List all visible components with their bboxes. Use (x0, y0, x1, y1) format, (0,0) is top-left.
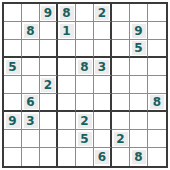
sudoku-board: 98281955832689325268 (2, 2, 168, 168)
cell-r1c2[interactable] (22, 4, 40, 22)
cell-r2c3[interactable] (40, 22, 58, 40)
cell-r8c9[interactable] (148, 130, 166, 148)
given-digit: 6 (24, 95, 38, 109)
cell-r8c2[interactable] (22, 130, 40, 148)
cell-r5c3: 2 (40, 76, 58, 94)
cell-r7c5: 2 (76, 112, 94, 130)
cell-r6c1[interactable] (4, 94, 22, 112)
cell-r9c5[interactable] (76, 148, 94, 166)
cell-r7c8[interactable] (130, 112, 148, 130)
cell-r8c5: 5 (76, 130, 94, 148)
cell-r1c9[interactable] (148, 4, 166, 22)
given-digit: 2 (41, 78, 55, 92)
cell-r4c5: 8 (76, 58, 94, 76)
cell-r5c6[interactable] (94, 76, 112, 94)
cell-r8c7: 2 (112, 130, 130, 148)
cell-r2c7[interactable] (112, 22, 130, 40)
given-digit: 8 (78, 60, 92, 74)
cell-r2c5[interactable] (76, 22, 94, 40)
cell-r3c6[interactable] (94, 40, 112, 58)
cell-r2c1[interactable] (4, 22, 22, 40)
cell-r5c8[interactable] (130, 76, 148, 94)
cell-r6c7[interactable] (112, 94, 130, 112)
cell-r7c7[interactable] (112, 112, 130, 130)
cell-r6c3[interactable] (40, 94, 58, 112)
given-digit: 9 (41, 6, 55, 20)
cell-r3c7[interactable] (112, 40, 130, 58)
given-digit: 5 (78, 132, 92, 146)
cell-r1c5[interactable] (76, 4, 94, 22)
cell-r4c4[interactable] (58, 58, 76, 76)
cell-r2c2: 8 (22, 22, 40, 40)
cell-r5c5[interactable] (76, 76, 94, 94)
cell-r7c3[interactable] (40, 112, 58, 130)
cell-r4c7[interactable] (112, 58, 130, 76)
cell-r4c2[interactable] (22, 58, 40, 76)
given-digit: 8 (150, 95, 164, 109)
cell-r8c1[interactable] (4, 130, 22, 148)
given-digit: 6 (95, 150, 109, 164)
cell-r1c7[interactable] (112, 4, 130, 22)
cell-r8c4[interactable] (58, 130, 76, 148)
cell-r6c4[interactable] (58, 94, 76, 112)
cell-r2c9[interactable] (148, 22, 166, 40)
given-digit: 8 (24, 24, 38, 38)
cell-r9c6: 6 (94, 148, 112, 166)
cell-r9c2[interactable] (22, 148, 40, 166)
cell-r3c2[interactable] (22, 40, 40, 58)
cell-r3c1[interactable] (4, 40, 22, 58)
cell-r9c3[interactable] (40, 148, 58, 166)
cell-r9c1[interactable] (4, 148, 22, 166)
cell-r9c8: 8 (130, 148, 148, 166)
given-digit: 3 (95, 60, 109, 74)
cell-r3c9[interactable] (148, 40, 166, 58)
cell-r6c9: 8 (148, 94, 166, 112)
cell-r8c3[interactable] (40, 130, 58, 148)
cell-r6c8[interactable] (130, 94, 148, 112)
cell-r6c2: 6 (22, 94, 40, 112)
given-digit: 5 (132, 41, 146, 55)
given-digit: 3 (24, 114, 38, 128)
cell-r2c6[interactable] (94, 22, 112, 40)
cell-r2c8: 9 (130, 22, 148, 40)
cell-r4c1: 5 (4, 58, 22, 76)
cell-r7c1: 9 (4, 112, 22, 130)
given-digit: 9 (132, 24, 146, 38)
cell-r5c4[interactable] (58, 76, 76, 94)
cell-r7c6[interactable] (94, 112, 112, 130)
cell-r6c6[interactable] (94, 94, 112, 112)
cell-r9c9[interactable] (148, 148, 166, 166)
cell-r7c2: 3 (22, 112, 40, 130)
cell-r1c4: 8 (58, 4, 76, 22)
cell-r5c9[interactable] (148, 76, 166, 94)
cell-r1c1[interactable] (4, 4, 22, 22)
cell-r4c3[interactable] (40, 58, 58, 76)
cell-r1c3: 9 (40, 4, 58, 22)
given-digit: 2 (78, 114, 92, 128)
cell-r8c6[interactable] (94, 130, 112, 148)
cell-r3c5[interactable] (76, 40, 94, 58)
cell-r9c4[interactable] (58, 148, 76, 166)
cell-r1c8[interactable] (130, 4, 148, 22)
cell-r7c4[interactable] (58, 112, 76, 130)
given-digit: 8 (60, 6, 74, 20)
given-digit: 2 (95, 6, 109, 20)
given-digit: 1 (60, 24, 74, 38)
cell-r1c6: 2 (94, 4, 112, 22)
cell-r3c8: 5 (130, 40, 148, 58)
cell-r9c7[interactable] (112, 148, 130, 166)
cell-r7c9[interactable] (148, 112, 166, 130)
cell-r8c8[interactable] (130, 130, 148, 148)
cell-r4c6: 3 (94, 58, 112, 76)
cell-r3c3[interactable] (40, 40, 58, 58)
cell-r5c2[interactable] (22, 76, 40, 94)
cell-r6c5[interactable] (76, 94, 94, 112)
cell-r4c9[interactable] (148, 58, 166, 76)
given-digit: 2 (114, 132, 128, 146)
cell-r3c4[interactable] (58, 40, 76, 58)
cell-r4c8[interactable] (130, 58, 148, 76)
given-digit: 8 (132, 150, 146, 164)
cell-r2c4: 1 (58, 22, 76, 40)
given-digit: 5 (6, 60, 20, 74)
given-digit: 9 (6, 114, 20, 128)
cell-r5c7[interactable] (112, 76, 130, 94)
cell-r5c1[interactable] (4, 76, 22, 94)
